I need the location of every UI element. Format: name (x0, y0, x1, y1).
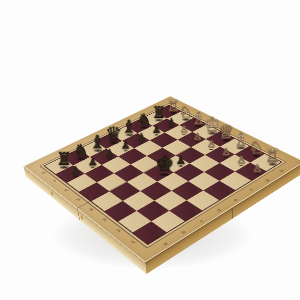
piece-white-rook[interactable]: ♖ (166, 99, 180, 114)
piece-white-pawn[interactable]: ♙ (253, 164, 262, 174)
piece-black-pawn[interactable]: ♟ (121, 140, 130, 151)
piece-black-rook[interactable]: ♜ (152, 105, 167, 121)
piece-white-pawn[interactable]: ♙ (180, 125, 188, 134)
piece-black-bishop[interactable]: ♝ (121, 118, 137, 136)
piece-black-pawn[interactable]: ♟ (104, 148, 114, 159)
piece-white-pawn[interactable]: ♙ (207, 140, 216, 150)
piece-white-pawn[interactable]: ♙ (237, 155, 246, 165)
piece-white-queen[interactable]: ♕ (218, 123, 234, 141)
piece-black-king[interactable]: ♚ (155, 154, 174, 176)
piece-black-pawn[interactable]: ♟ (70, 165, 80, 176)
piece-white-pawn[interactable]: ♙ (193, 132, 202, 142)
piece-white-pawn[interactable]: ♙ (222, 147, 231, 157)
piece-black-knight[interactable]: ♞ (137, 112, 152, 128)
brass-hinge-icon (80, 215, 82, 220)
piece-black-rook[interactable]: ♜ (56, 150, 72, 168)
piece-black-pawn[interactable]: ♟ (88, 157, 98, 168)
piece-black-bishop[interactable]: ♝ (89, 133, 105, 151)
brass-hinge-icon (51, 191, 53, 196)
piece-black-queen[interactable]: ♛ (105, 125, 122, 144)
piece-black-pawn[interactable]: ♟ (152, 125, 161, 135)
piece-black-pawn[interactable]: ♟ (176, 155, 186, 166)
piece-black-knight[interactable]: ♞ (73, 142, 89, 159)
piece-black-pawn[interactable]: ♟ (136, 132, 145, 142)
pieces-layer: ♖♘♗♔♕♗♘♖♙♙♙♙♙♙♜♞♝♛♝♞♜♟♟♟♟♟♟♟♚♟ (45, 105, 281, 244)
piece-white-bishop[interactable]: ♗ (233, 131, 249, 149)
piece-white-knight[interactable]: ♘ (248, 140, 263, 157)
chess-set-scene: abcdefgh 87654321 ♖♘♗♔♕♗♘♖♙♙♙♙♙♙♜♞♝♛♝♞♜♟… (0, 0, 300, 300)
piece-white-rook[interactable]: ♖ (264, 148, 280, 166)
chess-board-box: abcdefgh 87654321 ♖♘♗♔♕♗♘♖♙♙♙♙♙♙♜♞♝♛♝♞♜♟… (23, 96, 300, 263)
piece-black-pawn[interactable]: ♟ (167, 117, 176, 127)
box-seam-line (232, 207, 233, 219)
